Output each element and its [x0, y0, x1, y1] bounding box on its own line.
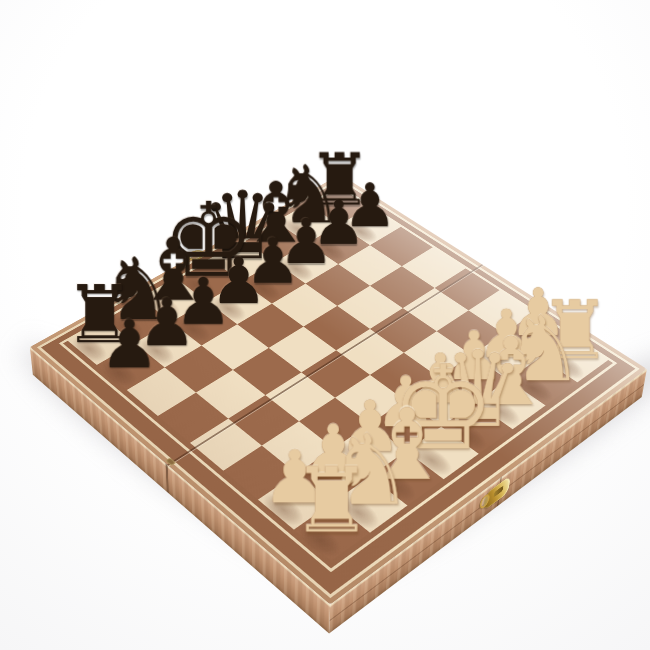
chess-set-photo: ♜♞♝♛♚♝♞♜♟♟♟♟♟♟♟♟♟♟♟♟♟♟♟♟♜♞♝♛♚♝♞♜ — [0, 0, 650, 650]
rook-glyph: ♜ — [253, 459, 411, 545]
hinge-split — [166, 463, 169, 493]
pawn-glyph: ♟ — [59, 314, 201, 377]
